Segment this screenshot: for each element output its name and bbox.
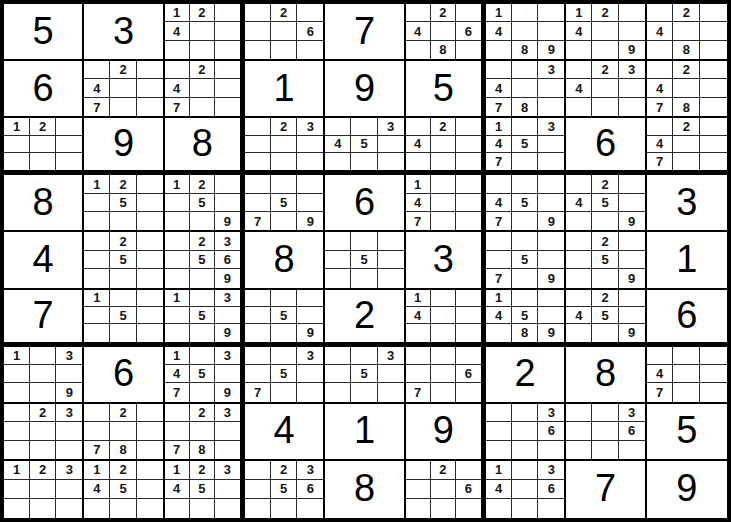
pencil-cell-empty [456, 347, 481, 365]
cell-r1c7[interactable]: 1489 [486, 4, 566, 61]
pencil-mark: 7 [486, 269, 512, 287]
pencil-cell-empty [538, 307, 564, 324]
cell-value: 6 [595, 124, 616, 162]
pencil-mark: 9 [538, 212, 564, 230]
pencil-cell-empty [486, 41, 512, 59]
cell-r5c5[interactable]: 5 [325, 232, 405, 289]
cell-r1c6[interactable]: 2468 [406, 4, 486, 61]
pencil-cell-empty [512, 79, 538, 97]
cell-r3c4[interactable]: 23 [245, 118, 325, 175]
pencil-mark: 2 [110, 461, 136, 480]
pencil-cell-empty [378, 251, 404, 269]
pencil-mark: 6 [456, 480, 481, 499]
cell-r6c2[interactable]: 15 [84, 290, 164, 347]
pencil-cell-empty [4, 499, 30, 518]
pencil-cell-empty [700, 347, 727, 365]
cell-r5c9[interactable]: 1 [647, 232, 727, 289]
pencil-cell-empty [406, 347, 431, 365]
pencil-mark: 9 [538, 324, 564, 341]
pencil-mark: 2 [592, 175, 618, 193]
cell-r2c9[interactable]: 2478 [647, 61, 727, 118]
pencil-mark: 2 [190, 461, 215, 480]
pencil-mark: 2 [190, 61, 215, 79]
pencil-cell-empty [512, 153, 538, 170]
cell-r1c4[interactable]: 26 [245, 4, 325, 61]
pencil-cell-empty [30, 347, 56, 365]
cell-value: 9 [113, 124, 134, 162]
pencil-cell-empty [84, 307, 110, 324]
cell-r7c7[interactable]: 2 [486, 347, 566, 404]
pencil-cell-empty [245, 290, 271, 307]
cell-r7c3[interactable]: 134579 [165, 347, 245, 404]
cell-value: 4 [33, 240, 54, 278]
pencil-cell-empty [190, 324, 215, 341]
pencil-cell-empty [406, 324, 431, 341]
cell-r7c1[interactable]: 139 [4, 347, 84, 404]
pencil-cell-empty [406, 499, 431, 518]
pencil-cell-empty [297, 307, 323, 324]
pencil-mark: 7 [84, 98, 110, 116]
pencil-cell-empty [297, 499, 323, 518]
pencil-mark: 1 [486, 4, 512, 22]
cell-r9c6[interactable]: 26 [406, 461, 486, 518]
pencil-cell-empty [566, 290, 592, 307]
pencil-cell-empty [512, 61, 538, 79]
pencil-cell-empty [566, 422, 592, 440]
pencil-mark: 4 [406, 307, 431, 324]
pencil-mark: 3 [378, 118, 404, 135]
pencil-mark: 1 [84, 290, 110, 307]
pencil-mark: 7 [647, 98, 674, 116]
pencil-mark: 9 [215, 383, 240, 401]
pencil-mark: 9 [215, 269, 240, 287]
pencil-cell-empty [56, 441, 82, 459]
pencil-cell-empty [486, 422, 512, 440]
cell-r4c4[interactable]: 579 [245, 175, 325, 232]
pencil-cell-empty [406, 153, 431, 170]
pencil-mark: 2 [110, 175, 136, 193]
cell-r9c2[interactable]: 1245 [84, 461, 164, 518]
pencil-cell-empty [512, 269, 538, 287]
cell-r1c8[interactable]: 1249 [566, 4, 646, 61]
pencil-mark: 2 [110, 232, 136, 250]
pencil-cell-empty [325, 118, 351, 135]
cell-r3c1[interactable]: 12 [4, 118, 84, 175]
cell-r9c5[interactable]: 8 [325, 461, 405, 518]
cell-r4c6[interactable]: 147 [406, 175, 486, 232]
pencil-cell-empty [456, 136, 481, 153]
pencil-cell-empty [4, 136, 30, 153]
pencil-cell-empty [245, 118, 271, 135]
pencil-mark: 9 [297, 324, 323, 341]
pencil-cell-empty [271, 136, 297, 153]
pencil-mark: 4 [325, 136, 351, 153]
pencil-cell-empty [215, 4, 240, 22]
pencil-cell-empty [700, 98, 727, 116]
cell-r3c5[interactable]: 345 [325, 118, 405, 175]
pencil-mark: 1 [4, 347, 30, 365]
cell-r5c6[interactable]: 3 [406, 232, 486, 289]
pencil-mark: 1 [165, 175, 190, 193]
cell-r9c1[interactable]: 123 [4, 461, 84, 518]
pencil-cell-empty [245, 480, 271, 499]
cell-r5c3[interactable]: 23569 [165, 232, 245, 289]
cell-value: 2 [354, 296, 375, 334]
pencil-cell-empty [110, 499, 136, 518]
cell-r1c2[interactable]: 3 [84, 4, 164, 61]
pencil-cell-empty [700, 118, 727, 135]
cell-r2c1[interactable]: 6 [4, 61, 84, 118]
pencil-cell-empty [297, 194, 323, 212]
pencil-mark: 7 [486, 153, 512, 170]
cell-r1c1[interactable]: 5 [4, 4, 84, 61]
pencil-mark: 5 [512, 251, 538, 269]
cell-r8c2[interactable]: 278 [84, 404, 164, 461]
pencil-cell-empty [700, 4, 727, 22]
pencil-mark: 9 [215, 212, 240, 230]
pencil-cell-empty [30, 136, 56, 153]
pencil-cell-empty [406, 118, 431, 135]
pencil-cell-empty [165, 269, 190, 287]
cell-r1c5[interactable]: 7 [325, 4, 405, 61]
pencil-cell-empty [512, 4, 538, 22]
pencil-cell-empty [245, 499, 271, 518]
pencil-mark: 8 [512, 324, 538, 341]
pencil-cell-empty [245, 4, 271, 22]
cell-r4c8[interactable]: 2459 [566, 175, 646, 232]
pencil-cell-empty [165, 324, 190, 341]
pencil-cell-empty [512, 499, 538, 518]
cell-r9c7[interactable]: 1346 [486, 461, 566, 518]
pencil-mark: 1 [406, 175, 431, 193]
pencil-cell-empty [378, 232, 404, 250]
pencil-cell-empty [271, 290, 297, 307]
pencil-cell-empty [84, 324, 110, 341]
pencil-cell-empty [538, 251, 564, 269]
pencil-mark: 8 [512, 41, 538, 59]
pencil-cell-empty [647, 61, 674, 79]
cell-r7c5[interactable]: 35 [325, 347, 405, 404]
pencil-mark: 5 [351, 365, 377, 383]
pencil-cell-empty [538, 175, 564, 193]
pencil-cell-empty [619, 194, 645, 212]
pencil-cell-empty [137, 61, 163, 79]
pencil-cell-empty [84, 232, 110, 250]
pencil-mark: 2 [592, 61, 618, 79]
pencil-cell-empty [137, 499, 163, 518]
pencil-cell-empty [486, 404, 512, 422]
pencil-cell-empty [245, 307, 271, 324]
cell-r3c6[interactable]: 24 [406, 118, 486, 175]
pencil-cell-empty [486, 251, 512, 269]
pencil-mark: 5 [351, 136, 377, 153]
pencil-mark: 9 [538, 41, 564, 59]
pencil-cell-empty [351, 383, 377, 401]
pencil-cell-empty [56, 480, 82, 499]
pencil-cell-empty [592, 404, 618, 422]
pencil-cell-empty [512, 175, 538, 193]
cell-r7c8[interactable]: 8 [566, 347, 646, 404]
cell-r6c1[interactable]: 7 [4, 290, 84, 347]
pencil-cell-empty [215, 98, 240, 116]
pencil-cell-empty [56, 365, 82, 383]
pencil-cell-empty [456, 461, 481, 480]
pencil-cell-empty [84, 251, 110, 269]
cell-r2c7[interactable]: 3478 [486, 61, 566, 118]
pencil-mark: 7 [647, 383, 674, 401]
pencil-cell-empty [137, 307, 163, 324]
cell-r3c7[interactable]: 13457 [486, 118, 566, 175]
pencil-cell-empty [297, 365, 323, 383]
pencil-cell-empty [512, 404, 538, 422]
pencil-cell-empty [297, 136, 323, 153]
cell-r8c4[interactable]: 4 [245, 404, 325, 461]
cell-r2c6[interactable]: 5 [406, 61, 486, 118]
cell-r2c8[interactable]: 234 [566, 61, 646, 118]
pencil-cell-empty [538, 22, 564, 40]
pencil-cell-empty [4, 383, 30, 401]
pencil-cell-empty [190, 212, 215, 230]
pencil-mark: 1 [486, 118, 512, 135]
cell-r9c9[interactable]: 9 [647, 461, 727, 518]
pencil-mark: 4 [486, 136, 512, 153]
cell-r5c7[interactable]: 579 [486, 232, 566, 289]
cell-r8c6[interactable]: 9 [406, 404, 486, 461]
pencil-mark: 4 [406, 22, 431, 40]
pencil-cell-empty [700, 61, 727, 79]
pencil-cell-empty [84, 212, 110, 230]
pencil-cell-empty [165, 422, 190, 440]
pencil-mark: 2 [190, 404, 215, 422]
pencil-cell-empty [512, 212, 538, 230]
pencil-mark: 8 [190, 441, 215, 459]
cell-value: 7 [354, 12, 375, 50]
cell-r6c3[interactable]: 1359 [165, 290, 245, 347]
cell-r7c9[interactable]: 47 [647, 347, 727, 404]
pencil-mark: 1 [84, 461, 110, 480]
cell-value: 5 [433, 69, 454, 107]
cell-r8c7[interactable]: 36 [486, 404, 566, 461]
pencil-mark: 1 [165, 461, 190, 480]
pencil-cell-empty [137, 175, 163, 193]
cell-r2c3[interactable]: 247 [165, 61, 245, 118]
pencil-mark: 2 [431, 4, 456, 22]
pencil-mark: 5 [110, 251, 136, 269]
cell-value: 3 [433, 240, 454, 278]
pencil-cell-empty [215, 480, 240, 499]
cell-r8c1[interactable]: 23 [4, 404, 84, 461]
cell-r7c2[interactable]: 6 [84, 347, 164, 404]
pencil-mark: 3 [619, 61, 645, 79]
pencil-mark: 4 [406, 194, 431, 212]
pencil-mark: 7 [165, 383, 190, 401]
cell-r8c8[interactable]: 36 [566, 404, 646, 461]
pencil-cell-empty [165, 232, 190, 250]
pencil-mark: 5 [592, 194, 618, 212]
pencil-cell-empty [271, 22, 297, 40]
cell-r4c5[interactable]: 6 [325, 175, 405, 232]
pencil-mark: 9 [538, 269, 564, 287]
cell-r3c2[interactable]: 9 [84, 118, 164, 175]
cell-r6c4[interactable]: 59 [245, 290, 325, 347]
pencil-mark: 3 [215, 232, 240, 250]
pencil-cell-empty [165, 212, 190, 230]
cell-r7c4[interactable]: 357 [245, 347, 325, 404]
pencil-cell-empty [406, 480, 431, 499]
pencil-cell-empty [486, 232, 512, 250]
pencil-cell-empty [512, 290, 538, 307]
cell-r8c5[interactable]: 1 [325, 404, 405, 461]
pencil-cell-empty [351, 153, 377, 170]
pencil-mark: 1 [4, 118, 30, 135]
pencil-cell-empty [190, 347, 215, 365]
cell-r2c4[interactable]: 1 [245, 61, 325, 118]
pencil-mark: 7 [406, 212, 431, 230]
cell-r5c1[interactable]: 4 [4, 232, 84, 289]
cell-r4c3[interactable]: 1259 [165, 175, 245, 232]
pencil-mark: 4 [486, 22, 512, 40]
cell-r5c4[interactable]: 8 [245, 232, 325, 289]
cell-r3c8[interactable]: 6 [566, 118, 646, 175]
pencil-cell-empty [215, 61, 240, 79]
cell-r6c8[interactable]: 2459 [566, 290, 646, 347]
pencil-mark: 6 [538, 422, 564, 440]
cell-r2c5[interactable]: 9 [325, 61, 405, 118]
pencil-cell-empty [538, 194, 564, 212]
pencil-cell-empty [30, 441, 56, 459]
pencil-mark: 2 [30, 404, 56, 422]
pencil-mark: 1 [165, 290, 190, 307]
pencil-cell-empty [456, 212, 481, 230]
pencil-cell-empty [431, 365, 456, 383]
pencil-mark: 3 [297, 118, 323, 135]
pencil-cell-empty [190, 422, 215, 440]
pencil-cell-empty [110, 212, 136, 230]
pencil-mark: 4 [566, 307, 592, 324]
cell-value: 8 [192, 124, 213, 162]
pencil-cell-empty [673, 365, 700, 383]
cell-r3c3[interactable]: 8 [165, 118, 245, 175]
pencil-cell-empty [566, 175, 592, 193]
pencil-cell-empty [137, 212, 163, 230]
cell-r9c3[interactable]: 12345 [165, 461, 245, 518]
cell-value: 7 [33, 296, 54, 334]
pencil-cell-empty [110, 79, 136, 97]
pencil-cell-empty [456, 383, 481, 401]
pencil-mark: 5 [592, 251, 618, 269]
pencil-cell-empty [4, 441, 30, 459]
pencil-cell-empty [297, 4, 323, 22]
pencil-mark: 6 [456, 22, 481, 40]
cell-value: 5 [676, 411, 697, 449]
cell-value: 1 [676, 240, 697, 278]
pencil-mark: 3 [56, 347, 82, 365]
cell-r1c3[interactable]: 124 [165, 4, 245, 61]
pencil-cell-empty [245, 324, 271, 341]
pencil-mark: 4 [486, 307, 512, 324]
pencil-cell-empty [512, 441, 538, 459]
pencil-cell-empty [4, 480, 30, 499]
pencil-cell-empty [566, 41, 592, 59]
pencil-cell-empty [245, 365, 271, 383]
pencil-cell-empty [165, 499, 190, 518]
cell-r6c6[interactable]: 14 [406, 290, 486, 347]
pencil-cell-empty [245, 22, 271, 40]
cell-r1c9[interactable]: 248 [647, 4, 727, 61]
pencil-mark: 6 [297, 480, 323, 499]
cell-r3c9[interactable]: 247 [647, 118, 727, 175]
pencil-mark: 9 [56, 383, 82, 401]
pencil-cell-empty [431, 324, 456, 341]
pencil-cell-empty [456, 4, 481, 22]
cell-r4c2[interactable]: 125 [84, 175, 164, 232]
cell-r5c8[interactable]: 259 [566, 232, 646, 289]
cell-r6c9[interactable]: 6 [647, 290, 727, 347]
pencil-mark: 7 [245, 212, 271, 230]
pencil-mark: 5 [190, 307, 215, 324]
pencil-mark: 2 [592, 4, 618, 22]
pencil-cell-empty [215, 307, 240, 324]
pencil-cell-empty [431, 347, 456, 365]
cell-r4c1[interactable]: 8 [4, 175, 84, 232]
cell-r4c7[interactable]: 4579 [486, 175, 566, 232]
pencil-cell-empty [512, 118, 538, 135]
pencil-cell-empty [245, 461, 271, 480]
pencil-cell-empty [456, 307, 481, 324]
pencil-cell-empty [431, 22, 456, 40]
cell-value: 9 [433, 411, 454, 449]
cell-r7c6[interactable]: 67 [406, 347, 486, 404]
cell-value: 2 [515, 354, 536, 392]
pencil-cell-empty [619, 290, 645, 307]
pencil-cell-empty [30, 480, 56, 499]
cell-r8c3[interactable]: 2378 [165, 404, 245, 461]
cell-r8c9[interactable]: 5 [647, 404, 727, 461]
cell-value: 6 [354, 183, 375, 221]
pencil-cell-empty [378, 383, 404, 401]
pencil-mark: 2 [110, 404, 136, 422]
cell-value: 3 [113, 12, 134, 50]
pencil-cell-empty [137, 404, 163, 422]
cell-r9c4[interactable]: 2356 [245, 461, 325, 518]
pencil-cell-empty [190, 22, 215, 40]
pencil-mark: 2 [110, 61, 136, 79]
pencil-cell-empty [110, 269, 136, 287]
pencil-cell-empty [700, 365, 727, 383]
pencil-cell-empty [456, 153, 481, 170]
pencil-cell-empty [190, 98, 215, 116]
cell-r5c2[interactable]: 25 [84, 232, 164, 289]
pencil-cell-empty [566, 232, 592, 250]
cell-r4c9[interactable]: 3 [647, 175, 727, 232]
pencil-cell-empty [512, 422, 538, 440]
pencil-cell-empty [647, 4, 674, 22]
pencil-cell-empty [619, 441, 645, 459]
pencil-cell-empty [137, 194, 163, 212]
pencil-cell-empty [456, 499, 481, 518]
cell-r6c7[interactable]: 14589 [486, 290, 566, 347]
pencil-mark: 3 [56, 404, 82, 422]
pencil-mark: 3 [215, 347, 240, 365]
pencil-cell-empty [538, 499, 564, 518]
pencil-cell-empty [84, 404, 110, 422]
pencil-cell-empty [673, 136, 700, 153]
pencil-cell-empty [215, 422, 240, 440]
cell-r9c8[interactable]: 7 [566, 461, 646, 518]
pencil-cell-empty [215, 41, 240, 59]
cell-r6c5[interactable]: 2 [325, 290, 405, 347]
cell-r2c2[interactable]: 247 [84, 61, 164, 118]
